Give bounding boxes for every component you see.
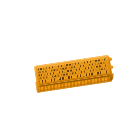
photo-canvas — [0, 0, 138, 138]
hinge-tab — [109, 57, 112, 61]
crate-right-end-cap — [109, 73, 114, 80]
hinge-tab — [110, 65, 113, 69]
folded-crate — [34, 55, 113, 93]
